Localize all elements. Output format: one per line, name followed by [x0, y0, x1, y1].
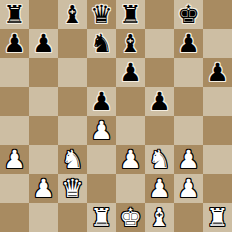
white-queen-c2[interactable]: ♛ — [61, 174, 83, 203]
square-e8[interactable]: ♜ — [116, 0, 145, 29]
square-c5[interactable] — [58, 87, 87, 116]
square-c7[interactable] — [58, 29, 87, 58]
square-h7[interactable] — [203, 29, 232, 58]
black-rook-a8[interactable]: ♜ — [3, 0, 25, 29]
square-c8[interactable]: ♝ — [58, 0, 87, 29]
square-h4[interactable] — [203, 116, 232, 145]
square-a7[interactable]: ♟ — [0, 29, 29, 58]
square-g5[interactable] — [174, 87, 203, 116]
square-d1[interactable]: ♜ — [87, 203, 116, 232]
square-h6[interactable]: ♟ — [203, 58, 232, 87]
white-bishop-f1[interactable]: ♝ — [148, 203, 170, 232]
white-pawn-b2[interactable]: ♟ — [32, 174, 54, 203]
black-king-g8[interactable]: ♚ — [177, 0, 199, 29]
white-rook-d1[interactable]: ♜ — [90, 203, 112, 232]
white-knight-c3[interactable]: ♞ — [61, 145, 83, 174]
black-rook-e8[interactable]: ♜ — [119, 0, 141, 29]
chess-board: ♜♝♛♜♚♟♟♞♝♟♟♟♟♟♟♟♞♟♞♟♟♛♟♟♜♚♝♜ — [0, 0, 232, 232]
square-d2[interactable] — [87, 174, 116, 203]
square-g6[interactable] — [174, 58, 203, 87]
black-pawn-b7[interactable]: ♟ — [32, 29, 54, 58]
square-a5[interactable] — [0, 87, 29, 116]
square-d5[interactable]: ♟ — [87, 87, 116, 116]
square-d3[interactable] — [87, 145, 116, 174]
square-e2[interactable] — [116, 174, 145, 203]
white-pawn-e3[interactable]: ♟ — [119, 145, 141, 174]
white-pawn-g3[interactable]: ♟ — [177, 145, 199, 174]
black-pawn-g7[interactable]: ♟ — [177, 29, 199, 58]
square-b2[interactable]: ♟ — [29, 174, 58, 203]
square-e3[interactable]: ♟ — [116, 145, 145, 174]
square-h8[interactable] — [203, 0, 232, 29]
black-pawn-e6[interactable]: ♟ — [119, 58, 141, 87]
square-c1[interactable] — [58, 203, 87, 232]
square-b1[interactable] — [29, 203, 58, 232]
square-d4[interactable]: ♟ — [87, 116, 116, 145]
white-rook-h1[interactable]: ♜ — [206, 203, 228, 232]
white-pawn-d4[interactable]: ♟ — [90, 116, 112, 145]
black-pawn-h6[interactable]: ♟ — [206, 58, 228, 87]
black-pawn-a7[interactable]: ♟ — [3, 29, 25, 58]
square-e5[interactable] — [116, 87, 145, 116]
square-g3[interactable]: ♟ — [174, 145, 203, 174]
square-b8[interactable] — [29, 0, 58, 29]
square-e7[interactable]: ♝ — [116, 29, 145, 58]
square-b5[interactable] — [29, 87, 58, 116]
white-king-e1[interactable]: ♚ — [119, 203, 141, 232]
square-a2[interactable] — [0, 174, 29, 203]
square-c3[interactable]: ♞ — [58, 145, 87, 174]
black-knight-d7[interactable]: ♞ — [90, 29, 112, 58]
square-a4[interactable] — [0, 116, 29, 145]
square-f7[interactable] — [145, 29, 174, 58]
square-g8[interactable]: ♚ — [174, 0, 203, 29]
square-f1[interactable]: ♝ — [145, 203, 174, 232]
square-g1[interactable] — [174, 203, 203, 232]
square-e1[interactable]: ♚ — [116, 203, 145, 232]
square-a1[interactable] — [0, 203, 29, 232]
square-c2[interactable]: ♛ — [58, 174, 87, 203]
square-c6[interactable] — [58, 58, 87, 87]
square-f3[interactable]: ♞ — [145, 145, 174, 174]
white-pawn-a3[interactable]: ♟ — [3, 145, 25, 174]
white-knight-f3[interactable]: ♞ — [148, 145, 170, 174]
black-bishop-c8[interactable]: ♝ — [61, 0, 83, 29]
square-b7[interactable]: ♟ — [29, 29, 58, 58]
square-h5[interactable] — [203, 87, 232, 116]
square-f8[interactable] — [145, 0, 174, 29]
square-d7[interactable]: ♞ — [87, 29, 116, 58]
white-pawn-f2[interactable]: ♟ — [148, 174, 170, 203]
square-a3[interactable]: ♟ — [0, 145, 29, 174]
square-a8[interactable]: ♜ — [0, 0, 29, 29]
square-b3[interactable] — [29, 145, 58, 174]
square-b6[interactable] — [29, 58, 58, 87]
square-e4[interactable] — [116, 116, 145, 145]
white-pawn-g2[interactable]: ♟ — [177, 174, 199, 203]
square-f6[interactable] — [145, 58, 174, 87]
black-pawn-d5[interactable]: ♟ — [90, 87, 112, 116]
black-queen-d8[interactable]: ♛ — [90, 0, 112, 29]
square-f4[interactable] — [145, 116, 174, 145]
square-f5[interactable]: ♟ — [145, 87, 174, 116]
square-f2[interactable]: ♟ — [145, 174, 174, 203]
square-h2[interactable] — [203, 174, 232, 203]
black-pawn-f5[interactable]: ♟ — [148, 87, 170, 116]
square-h3[interactable] — [203, 145, 232, 174]
square-g7[interactable]: ♟ — [174, 29, 203, 58]
square-h1[interactable]: ♜ — [203, 203, 232, 232]
square-d8[interactable]: ♛ — [87, 0, 116, 29]
black-bishop-e7[interactable]: ♝ — [119, 29, 141, 58]
square-d6[interactable] — [87, 58, 116, 87]
square-e6[interactable]: ♟ — [116, 58, 145, 87]
square-c4[interactable] — [58, 116, 87, 145]
square-g2[interactable]: ♟ — [174, 174, 203, 203]
square-g4[interactable] — [174, 116, 203, 145]
square-a6[interactable] — [0, 58, 29, 87]
square-b4[interactable] — [29, 116, 58, 145]
